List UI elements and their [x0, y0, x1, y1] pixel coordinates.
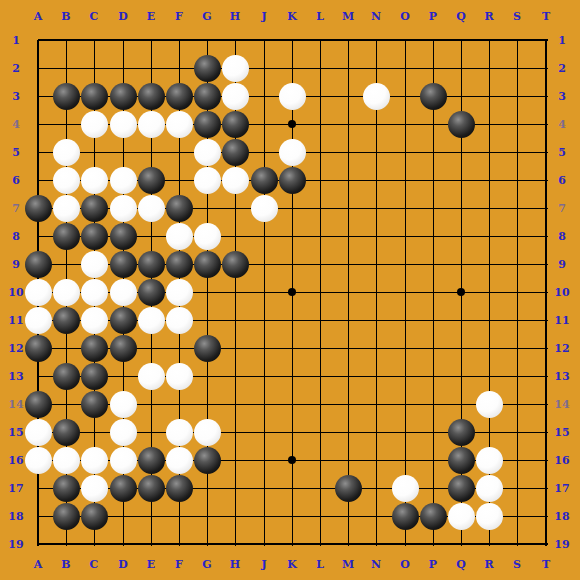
black-stone-B17 [53, 475, 80, 502]
row-label-right-5: 5 [558, 147, 566, 158]
row-label-right-9: 9 [558, 259, 566, 270]
white-stone-B6 [53, 167, 80, 194]
row-label-left-1: 1 [12, 35, 20, 46]
col-label-top-C: C [90, 11, 99, 22]
row-label-right-17: 17 [554, 483, 569, 494]
row-label-left-10: 10 [8, 287, 23, 298]
black-stone-C3 [81, 83, 108, 110]
white-stone-F8 [166, 223, 193, 250]
white-stone-F4 [166, 111, 193, 138]
black-stone-G3 [194, 83, 221, 110]
star-point [288, 456, 296, 464]
col-label-bottom-H: H [230, 559, 240, 570]
row-label-left-4: 4 [12, 119, 20, 130]
black-stone-E6 [138, 167, 165, 194]
white-stone-K5 [279, 139, 306, 166]
white-stone-R17 [476, 475, 503, 502]
black-stone-C13 [81, 363, 108, 390]
white-stone-O17 [392, 475, 419, 502]
black-stone-E9 [138, 251, 165, 278]
row-label-right-16: 16 [554, 455, 569, 466]
row-label-right-3: 3 [558, 91, 566, 102]
col-label-bottom-A: A [34, 559, 43, 570]
row-label-left-3: 3 [12, 91, 20, 102]
black-stone-G2 [194, 55, 221, 82]
white-stone-A11 [25, 307, 52, 334]
black-stone-C18 [81, 503, 108, 530]
col-label-top-O: O [400, 11, 410, 22]
col-label-bottom-G: G [202, 559, 211, 570]
col-label-bottom-R: R [484, 559, 493, 570]
col-label-top-A: A [34, 11, 43, 22]
col-label-top-F: F [175, 11, 183, 22]
col-label-bottom-N: N [371, 559, 381, 570]
black-stone-K6 [279, 167, 306, 194]
black-stone-F17 [166, 475, 193, 502]
white-stone-A15 [25, 419, 52, 446]
row-label-right-15: 15 [554, 427, 569, 438]
black-stone-C8 [81, 223, 108, 250]
row-label-left-16: 16 [8, 455, 23, 466]
col-label-bottom-O: O [400, 559, 410, 570]
col-label-top-H: H [230, 11, 240, 22]
white-stone-D6 [110, 167, 137, 194]
black-stone-H4 [222, 111, 249, 138]
row-label-right-1: 1 [558, 35, 566, 46]
black-stone-E10 [138, 279, 165, 306]
white-stone-D10 [110, 279, 137, 306]
black-stone-E16 [138, 447, 165, 474]
white-stone-H2 [222, 55, 249, 82]
row-label-right-12: 12 [554, 343, 569, 354]
row-label-left-8: 8 [12, 231, 20, 242]
black-stone-Q15 [448, 419, 475, 446]
white-stone-D4 [110, 111, 137, 138]
white-stone-G6 [194, 167, 221, 194]
black-stone-E17 [138, 475, 165, 502]
col-label-bottom-E: E [147, 559, 155, 570]
row-label-left-7: 7 [12, 203, 20, 214]
col-label-bottom-C: C [90, 559, 99, 570]
row-label-left-13: 13 [8, 371, 23, 382]
row-label-left-18: 18 [8, 511, 23, 522]
white-stone-G5 [194, 139, 221, 166]
black-stone-B18 [53, 503, 80, 530]
col-label-top-M: M [342, 11, 354, 22]
white-stone-F13 [166, 363, 193, 390]
col-label-top-N: N [371, 11, 381, 22]
white-stone-E4 [138, 111, 165, 138]
col-label-bottom-F: F [175, 559, 183, 570]
col-label-bottom-K: K [287, 559, 297, 570]
white-stone-F10 [166, 279, 193, 306]
star-point [457, 288, 465, 296]
white-stone-G8 [194, 223, 221, 250]
white-stone-F15 [166, 419, 193, 446]
white-stone-H6 [222, 167, 249, 194]
col-label-top-K: K [287, 11, 297, 22]
row-label-right-18: 18 [554, 511, 569, 522]
grid-line-vertical [405, 40, 406, 546]
grid-line-horizontal [38, 68, 548, 69]
col-label-top-T: T [542, 11, 550, 22]
grid-line-horizontal [38, 543, 548, 545]
black-stone-B15 [53, 419, 80, 446]
white-stone-G15 [194, 419, 221, 446]
black-stone-Q4 [448, 111, 475, 138]
white-stone-C16 [81, 447, 108, 474]
white-stone-C4 [81, 111, 108, 138]
black-stone-F9 [166, 251, 193, 278]
white-stone-C11 [81, 307, 108, 334]
white-stone-A16 [25, 447, 52, 474]
black-stone-H9 [222, 251, 249, 278]
col-label-top-G: G [202, 11, 211, 22]
black-stone-P3 [420, 83, 447, 110]
white-stone-B5 [53, 139, 80, 166]
col-label-bottom-D: D [118, 559, 128, 570]
white-stone-D7 [110, 195, 137, 222]
black-stone-F3 [166, 83, 193, 110]
black-stone-D9 [110, 251, 137, 278]
black-stone-C7 [81, 195, 108, 222]
black-stone-P18 [420, 503, 447, 530]
row-label-right-13: 13 [554, 371, 569, 382]
row-label-right-8: 8 [558, 231, 566, 242]
col-label-bottom-S: S [513, 559, 521, 570]
grid-line-vertical [376, 40, 377, 546]
black-stone-B3 [53, 83, 80, 110]
black-stone-B13 [53, 363, 80, 390]
white-stone-F16 [166, 447, 193, 474]
white-stone-C9 [81, 251, 108, 278]
white-stone-E11 [138, 307, 165, 334]
col-label-bottom-M: M [342, 559, 354, 570]
black-stone-D3 [110, 83, 137, 110]
black-stone-Q17 [448, 475, 475, 502]
row-label-right-2: 2 [558, 63, 566, 74]
white-stone-E13 [138, 363, 165, 390]
white-stone-C6 [81, 167, 108, 194]
go-board[interactable]: AABBCCDDEEFFGGHHJJKKLLMMNNOOPPQQRRSSTT11… [0, 0, 580, 580]
white-stone-B7 [53, 195, 80, 222]
black-stone-D17 [110, 475, 137, 502]
white-stone-R14 [476, 391, 503, 418]
row-label-left-9: 9 [12, 259, 20, 270]
black-stone-A9 [25, 251, 52, 278]
black-stone-A12 [25, 335, 52, 362]
col-label-bottom-L: L [316, 559, 324, 570]
grid-line-vertical [545, 40, 547, 546]
col-label-bottom-B: B [61, 559, 70, 570]
col-label-top-D: D [118, 11, 128, 22]
row-label-right-14: 14 [554, 399, 569, 410]
white-stone-B10 [53, 279, 80, 306]
black-stone-A7 [25, 195, 52, 222]
black-stone-G4 [194, 111, 221, 138]
row-label-left-17: 17 [8, 483, 23, 494]
grid-line-vertical [320, 40, 321, 546]
col-label-bottom-T: T [542, 559, 550, 570]
col-label-top-R: R [484, 11, 493, 22]
black-stone-H5 [222, 139, 249, 166]
white-stone-D16 [110, 447, 137, 474]
row-label-right-10: 10 [554, 287, 569, 298]
grid-line-horizontal [38, 39, 548, 41]
col-label-top-L: L [316, 11, 324, 22]
black-stone-D11 [110, 307, 137, 334]
row-label-right-6: 6 [558, 175, 566, 186]
black-stone-F7 [166, 195, 193, 222]
white-stone-K3 [279, 83, 306, 110]
col-label-top-E: E [147, 11, 155, 22]
row-label-left-14: 14 [8, 399, 23, 410]
white-stone-B16 [53, 447, 80, 474]
col-label-bottom-J: J [261, 559, 266, 570]
col-label-bottom-P: P [429, 559, 437, 570]
black-stone-C12 [81, 335, 108, 362]
row-label-left-12: 12 [8, 343, 23, 354]
white-stone-N3 [363, 83, 390, 110]
white-stone-R18 [476, 503, 503, 530]
black-stone-D8 [110, 223, 137, 250]
col-label-top-B: B [61, 11, 70, 22]
white-stone-D14 [110, 391, 137, 418]
star-point [288, 120, 296, 128]
white-stone-F11 [166, 307, 193, 334]
row-label-right-7: 7 [558, 203, 566, 214]
row-label-left-2: 2 [12, 63, 20, 74]
grid-line-vertical [433, 40, 434, 546]
black-stone-M17 [335, 475, 362, 502]
white-stone-C17 [81, 475, 108, 502]
row-label-right-19: 19 [554, 539, 569, 550]
white-stone-A10 [25, 279, 52, 306]
black-stone-A14 [25, 391, 52, 418]
col-label-top-S: S [513, 11, 521, 22]
grid-line-vertical [264, 40, 265, 546]
black-stone-B8 [53, 223, 80, 250]
black-stone-C14 [81, 391, 108, 418]
row-label-right-11: 11 [554, 315, 569, 326]
white-stone-J7 [251, 195, 278, 222]
row-label-right-4: 4 [558, 119, 566, 130]
col-label-bottom-Q: Q [456, 559, 466, 570]
white-stone-C10 [81, 279, 108, 306]
row-label-left-6: 6 [12, 175, 20, 186]
black-stone-Q16 [448, 447, 475, 474]
black-stone-G9 [194, 251, 221, 278]
star-point [288, 288, 296, 296]
black-stone-J6 [251, 167, 278, 194]
black-stone-O18 [392, 503, 419, 530]
white-stone-Q18 [448, 503, 475, 530]
row-label-left-19: 19 [8, 539, 23, 550]
grid-line-vertical [348, 40, 349, 546]
black-stone-E3 [138, 83, 165, 110]
white-stone-D15 [110, 419, 137, 446]
white-stone-E7 [138, 195, 165, 222]
row-label-left-15: 15 [8, 427, 23, 438]
white-stone-R16 [476, 447, 503, 474]
black-stone-G12 [194, 335, 221, 362]
col-label-top-Q: Q [456, 11, 466, 22]
grid-line-vertical [517, 40, 518, 546]
white-stone-H3 [222, 83, 249, 110]
col-label-top-J: J [261, 11, 266, 22]
row-label-left-5: 5 [12, 147, 20, 158]
col-label-top-P: P [429, 11, 437, 22]
row-label-left-11: 11 [8, 315, 23, 326]
black-stone-B11 [53, 307, 80, 334]
black-stone-D12 [110, 335, 137, 362]
black-stone-G16 [194, 447, 221, 474]
grid-line-horizontal [38, 376, 548, 377]
